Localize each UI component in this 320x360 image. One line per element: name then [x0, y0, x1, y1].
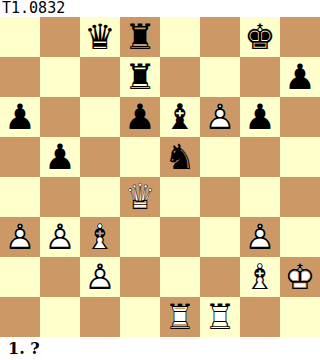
piece-white-rook-f1[interactable]: ♜♖ [200, 297, 240, 337]
black-piece-glyph: ♜ [120, 17, 160, 57]
square-a8[interactable] [0, 17, 40, 57]
white-piece-outline-glyph: ♙ [0, 217, 40, 257]
black-piece-glyph: ♞ [160, 137, 200, 177]
piece-white-pawn-f6[interactable]: ♟♙ [200, 97, 240, 137]
square-g6[interactable]: ♟ [240, 97, 280, 137]
square-e2[interactable] [160, 257, 200, 297]
square-b7[interactable] [40, 57, 80, 97]
square-e7[interactable] [160, 57, 200, 97]
square-d6[interactable]: ♟ [120, 97, 160, 137]
square-a1[interactable] [0, 297, 40, 337]
square-e1[interactable]: ♜♖ [160, 297, 200, 337]
square-b4[interactable] [40, 177, 80, 217]
square-g8[interactable]: ♚ [240, 17, 280, 57]
white-piece-outline-glyph: ♙ [200, 97, 240, 137]
puzzle-id: T1.0832 [0, 0, 320, 17]
square-d5[interactable] [120, 137, 160, 177]
square-e8[interactable] [160, 17, 200, 57]
piece-black-pawn-d6[interactable]: ♟ [120, 97, 160, 137]
square-a3[interactable]: ♟♙ [0, 217, 40, 257]
square-g2[interactable]: ♝♗ [240, 257, 280, 297]
square-h8[interactable] [280, 17, 320, 57]
black-piece-glyph: ♟ [120, 97, 160, 137]
piece-white-pawn-c2[interactable]: ♟♙ [80, 257, 120, 297]
piece-white-pawn-g3[interactable]: ♟♙ [240, 217, 280, 257]
square-a2[interactable] [0, 257, 40, 297]
square-c2[interactable]: ♟♙ [80, 257, 120, 297]
square-b6[interactable] [40, 97, 80, 137]
square-d3[interactable] [120, 217, 160, 257]
square-c8[interactable]: ♛ [80, 17, 120, 57]
black-piece-glyph: ♟ [40, 137, 80, 177]
piece-black-king-g8[interactable]: ♚ [240, 17, 280, 57]
square-h5[interactable] [280, 137, 320, 177]
square-g3[interactable]: ♟♙ [240, 217, 280, 257]
square-g5[interactable] [240, 137, 280, 177]
piece-black-queen-c8[interactable]: ♛ [80, 17, 120, 57]
square-f4[interactable] [200, 177, 240, 217]
piece-black-bishop-e6[interactable]: ♝ [160, 97, 200, 137]
black-piece-glyph: ♜ [120, 57, 160, 97]
piece-white-bishop-g2[interactable]: ♝♗ [240, 257, 280, 297]
square-g7[interactable] [240, 57, 280, 97]
white-piece-outline-glyph: ♕ [120, 177, 160, 217]
square-e3[interactable] [160, 217, 200, 257]
square-b8[interactable] [40, 17, 80, 57]
black-piece-glyph: ♝ [160, 97, 200, 137]
square-h6[interactable] [280, 97, 320, 137]
square-f3[interactable] [200, 217, 240, 257]
black-piece-glyph: ♟ [280, 57, 320, 97]
black-piece-glyph: ♚ [240, 17, 280, 57]
square-a4[interactable] [0, 177, 40, 217]
white-piece-outline-glyph: ♖ [160, 297, 200, 337]
square-h7[interactable]: ♟ [280, 57, 320, 97]
square-b5[interactable]: ♟ [40, 137, 80, 177]
square-d4[interactable]: ♛♕ [120, 177, 160, 217]
black-piece-glyph: ♟ [0, 97, 40, 137]
square-g4[interactable] [240, 177, 280, 217]
square-h3[interactable] [280, 217, 320, 257]
square-h4[interactable] [280, 177, 320, 217]
square-c5[interactable] [80, 137, 120, 177]
black-piece-glyph: ♟ [240, 97, 280, 137]
square-g1[interactable] [240, 297, 280, 337]
piece-white-king-h2[interactable]: ♚♔ [280, 257, 320, 297]
square-b3[interactable]: ♟♙ [40, 217, 80, 257]
square-f5[interactable] [200, 137, 240, 177]
square-f6[interactable]: ♟♙ [200, 97, 240, 137]
square-b2[interactable] [40, 257, 80, 297]
square-e5[interactable]: ♞ [160, 137, 200, 177]
square-d2[interactable] [120, 257, 160, 297]
square-c1[interactable] [80, 297, 120, 337]
chess-board: ♛♜♚♜♟♟♟♝♟♙♟♟♞♛♕♟♙♟♙♝♗♟♙♟♙♝♗♚♔♜♖♜♖ [0, 17, 320, 337]
white-piece-outline-glyph: ♙ [40, 217, 80, 257]
square-h2[interactable]: ♚♔ [280, 257, 320, 297]
square-e4[interactable] [160, 177, 200, 217]
square-e6[interactable]: ♝ [160, 97, 200, 137]
move-prompt: 1. ? [0, 337, 320, 360]
piece-white-bishop-c3[interactable]: ♝♗ [80, 217, 120, 257]
square-c3[interactable]: ♝♗ [80, 217, 120, 257]
white-piece-outline-glyph: ♖ [200, 297, 240, 337]
white-piece-outline-glyph: ♙ [80, 257, 120, 297]
square-f1[interactable]: ♜♖ [200, 297, 240, 337]
square-d1[interactable] [120, 297, 160, 337]
square-b1[interactable] [40, 297, 80, 337]
piece-black-pawn-g6[interactable]: ♟ [240, 97, 280, 137]
black-piece-glyph: ♛ [80, 17, 120, 57]
piece-white-pawn-b3[interactable]: ♟♙ [40, 217, 80, 257]
square-c4[interactable] [80, 177, 120, 217]
white-piece-outline-glyph: ♔ [280, 257, 320, 297]
square-c7[interactable] [80, 57, 120, 97]
square-h1[interactable] [280, 297, 320, 337]
piece-black-pawn-h7[interactable]: ♟ [280, 57, 320, 97]
square-c6[interactable] [80, 97, 120, 137]
piece-white-pawn-a3[interactable]: ♟♙ [0, 217, 40, 257]
square-f8[interactable] [200, 17, 240, 57]
square-f7[interactable] [200, 57, 240, 97]
square-a7[interactable] [0, 57, 40, 97]
square-a6[interactable]: ♟ [0, 97, 40, 137]
white-piece-outline-glyph: ♙ [240, 217, 280, 257]
piece-white-queen-d4[interactable]: ♛♕ [120, 177, 160, 217]
piece-black-knight-e5[interactable]: ♞ [160, 137, 200, 177]
white-piece-outline-glyph: ♗ [80, 217, 120, 257]
square-a5[interactable] [0, 137, 40, 177]
square-d8[interactable]: ♜ [120, 17, 160, 57]
piece-black-rook-d7[interactable]: ♜ [120, 57, 160, 97]
piece-black-rook-d8[interactable]: ♜ [120, 17, 160, 57]
piece-black-pawn-b5[interactable]: ♟ [40, 137, 80, 177]
square-d7[interactable]: ♜ [120, 57, 160, 97]
square-f2[interactable] [200, 257, 240, 297]
piece-white-rook-e1[interactable]: ♜♖ [160, 297, 200, 337]
white-piece-outline-glyph: ♗ [240, 257, 280, 297]
piece-black-pawn-a6[interactable]: ♟ [0, 97, 40, 137]
